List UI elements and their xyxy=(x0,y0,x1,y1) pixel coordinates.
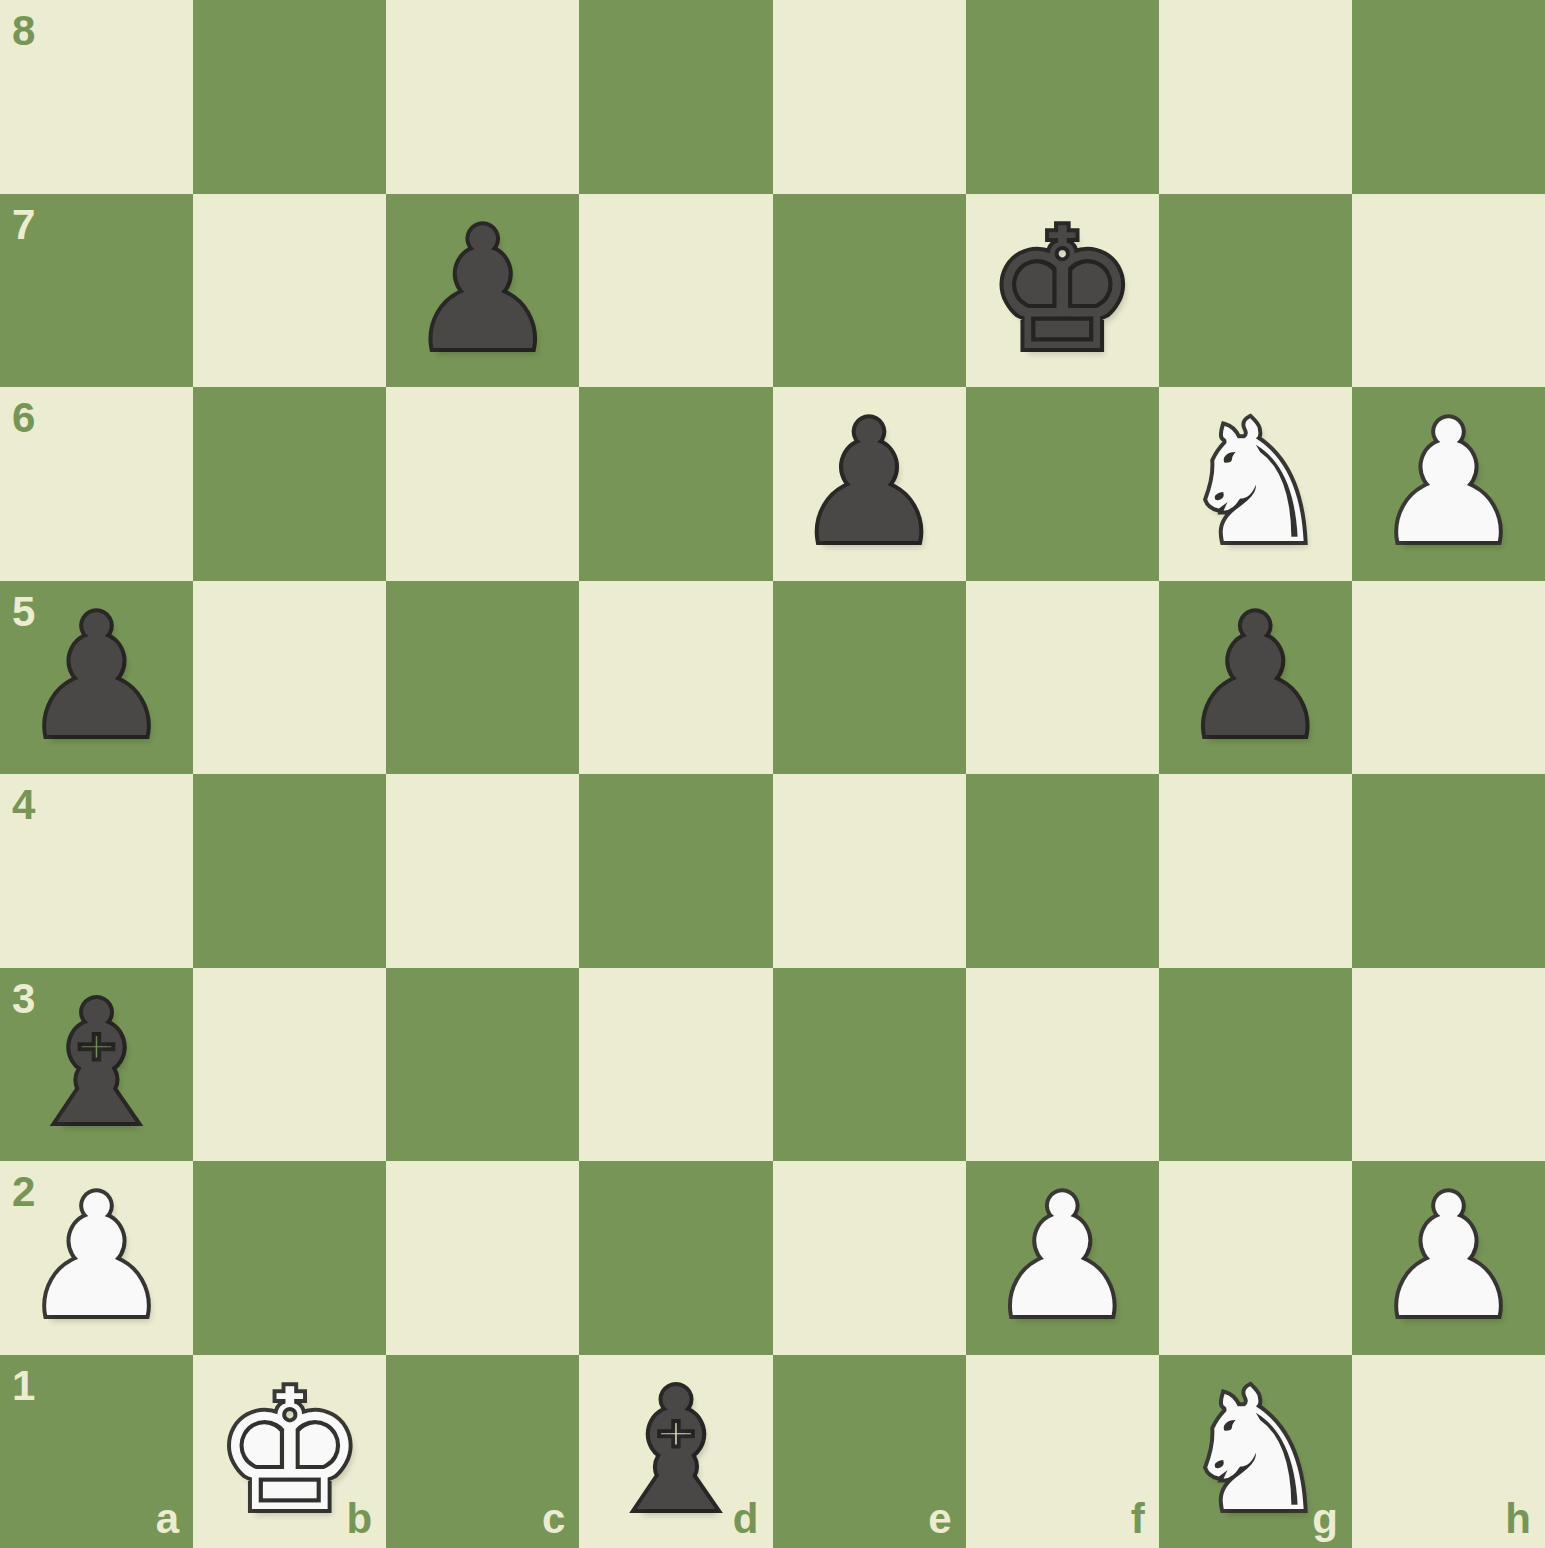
chess-board: 87♟♚6♟♞♟5♟♟43♝2♟♟♟1ab♚cd♝efg♞h xyxy=(0,0,1545,1548)
square-f2[interactable]: ♟ xyxy=(966,1161,1159,1355)
square-h4[interactable] xyxy=(1352,774,1545,968)
square-f4[interactable] xyxy=(966,774,1159,968)
rank-label-4: 4 xyxy=(12,784,35,826)
black-bishop[interactable]: ♝ xyxy=(21,968,172,1161)
black-bishop[interactable]: ♝ xyxy=(601,1355,752,1548)
square-a3[interactable]: 3♝ xyxy=(0,968,193,1162)
square-h1[interactable]: h xyxy=(1352,1355,1545,1548)
square-d6[interactable] xyxy=(579,387,772,581)
black-pawn[interactable]: ♟ xyxy=(408,194,559,387)
square-c3[interactable] xyxy=(386,968,579,1162)
square-d3[interactable] xyxy=(579,968,772,1162)
white-knight[interactable]: ♞ xyxy=(1180,387,1331,580)
square-a6[interactable]: 6 xyxy=(0,387,193,581)
square-g1[interactable]: g♞ xyxy=(1159,1355,1352,1548)
square-a5[interactable]: 5♟ xyxy=(0,581,193,775)
square-e3[interactable] xyxy=(773,968,966,1162)
square-e6[interactable]: ♟ xyxy=(773,387,966,581)
square-b3[interactable] xyxy=(193,968,386,1162)
rank-label-6: 6 xyxy=(12,397,35,439)
square-g7[interactable] xyxy=(1159,194,1352,388)
square-a2[interactable]: 2♟ xyxy=(0,1161,193,1355)
file-label-h: h xyxy=(1505,1498,1531,1540)
square-e4[interactable] xyxy=(773,774,966,968)
square-f5[interactable] xyxy=(966,581,1159,775)
black-king[interactable]: ♚ xyxy=(987,194,1138,387)
square-f7[interactable]: ♚ xyxy=(966,194,1159,388)
square-h8[interactable] xyxy=(1352,0,1545,194)
square-b5[interactable] xyxy=(193,581,386,775)
white-pawn[interactable]: ♟ xyxy=(1373,1161,1524,1354)
square-c4[interactable] xyxy=(386,774,579,968)
square-e8[interactable] xyxy=(773,0,966,194)
square-c2[interactable] xyxy=(386,1161,579,1355)
white-pawn[interactable]: ♟ xyxy=(1373,387,1524,580)
square-g5[interactable]: ♟ xyxy=(1159,581,1352,775)
square-h6[interactable]: ♟ xyxy=(1352,387,1545,581)
black-pawn[interactable]: ♟ xyxy=(794,387,945,580)
square-b2[interactable] xyxy=(193,1161,386,1355)
square-f1[interactable]: f xyxy=(966,1355,1159,1548)
square-e2[interactable] xyxy=(773,1161,966,1355)
white-king[interactable]: ♚ xyxy=(214,1355,365,1548)
square-d2[interactable] xyxy=(579,1161,772,1355)
white-pawn[interactable]: ♟ xyxy=(987,1161,1138,1354)
square-h3[interactable] xyxy=(1352,968,1545,1162)
square-f8[interactable] xyxy=(966,0,1159,194)
square-a4[interactable]: 4 xyxy=(0,774,193,968)
square-h5[interactable] xyxy=(1352,581,1545,775)
square-g2[interactable] xyxy=(1159,1161,1352,1355)
square-d1[interactable]: d♝ xyxy=(579,1355,772,1548)
white-pawn[interactable]: ♟ xyxy=(21,1161,172,1354)
square-c7[interactable]: ♟ xyxy=(386,194,579,388)
square-g6[interactable]: ♞ xyxy=(1159,387,1352,581)
square-f6[interactable] xyxy=(966,387,1159,581)
square-b6[interactable] xyxy=(193,387,386,581)
white-knight[interactable]: ♞ xyxy=(1180,1355,1331,1548)
square-c1[interactable]: c xyxy=(386,1355,579,1548)
square-d4[interactable] xyxy=(579,774,772,968)
file-label-c: c xyxy=(542,1498,565,1540)
square-g3[interactable] xyxy=(1159,968,1352,1162)
square-e7[interactable] xyxy=(773,194,966,388)
file-label-a: a xyxy=(156,1498,179,1540)
square-d7[interactable] xyxy=(579,194,772,388)
square-g4[interactable] xyxy=(1159,774,1352,968)
square-d8[interactable] xyxy=(579,0,772,194)
square-a7[interactable]: 7 xyxy=(0,194,193,388)
square-h7[interactable] xyxy=(1352,194,1545,388)
square-b8[interactable] xyxy=(193,0,386,194)
square-e5[interactable] xyxy=(773,581,966,775)
black-pawn[interactable]: ♟ xyxy=(21,581,172,774)
black-pawn[interactable]: ♟ xyxy=(1180,581,1331,774)
square-b7[interactable] xyxy=(193,194,386,388)
square-d5[interactable] xyxy=(579,581,772,775)
square-c8[interactable] xyxy=(386,0,579,194)
square-h2[interactable]: ♟ xyxy=(1352,1161,1545,1355)
square-b4[interactable] xyxy=(193,774,386,968)
square-a1[interactable]: 1a xyxy=(0,1355,193,1548)
rank-label-8: 8 xyxy=(12,10,35,52)
square-g8[interactable] xyxy=(1159,0,1352,194)
square-c5[interactable] xyxy=(386,581,579,775)
rank-label-1: 1 xyxy=(12,1365,35,1407)
rank-label-7: 7 xyxy=(12,204,35,246)
file-label-f: f xyxy=(1131,1498,1145,1540)
square-f3[interactable] xyxy=(966,968,1159,1162)
square-e1[interactable]: e xyxy=(773,1355,966,1548)
file-label-e: e xyxy=(928,1498,951,1540)
square-c6[interactable] xyxy=(386,387,579,581)
square-b1[interactable]: b♚ xyxy=(193,1355,386,1548)
square-a8[interactable]: 8 xyxy=(0,0,193,194)
